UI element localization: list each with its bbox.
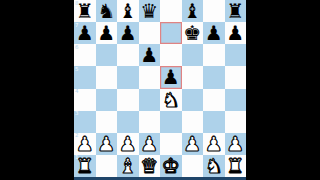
white-pawn-piece: ♟ (76, 133, 94, 153)
square-b5[interactable] (96, 66, 118, 88)
rank-coordinate-2: 2 (75, 133, 79, 139)
black-rook-piece: ♜ (76, 1, 94, 21)
black-pawn-piece: ♟ (226, 23, 244, 43)
square-g6[interactable] (203, 44, 225, 66)
black-knight-piece: ♞ (97, 1, 115, 21)
square-e5[interactable]: ♟ (160, 66, 182, 88)
square-d5[interactable] (139, 66, 161, 88)
black-pawn-piece: ♟ (97, 23, 115, 43)
white-pawn-piece: ♟ (140, 133, 158, 153)
rank-coordinate-3: 3 (75, 111, 79, 117)
square-h6[interactable] (225, 44, 247, 66)
white-pawn-piece: ♟ (205, 133, 223, 153)
chess-board: 8♜♞♝♛♝♜7♟♟♟♚♟♟6♟5♟4♞32♟♟♟♟♟♟♟1♜♝♛♚♞♜ (74, 0, 246, 177)
square-g7[interactable]: ♟ (203, 22, 225, 44)
square-b7[interactable]: ♟ (96, 22, 118, 44)
square-g1[interactable]: ♞ (203, 155, 225, 177)
square-g5[interactable] (203, 66, 225, 88)
black-pawn-piece: ♟ (119, 23, 137, 43)
square-d4[interactable] (139, 89, 161, 111)
black-bishop-piece: ♝ (119, 1, 137, 21)
square-g2[interactable]: ♟ (203, 133, 225, 155)
white-knight-piece: ♞ (205, 155, 223, 175)
square-b3[interactable] (96, 111, 118, 133)
square-c6[interactable] (117, 44, 139, 66)
square-d2[interactable]: ♟ (139, 133, 161, 155)
square-a4[interactable]: 4 (74, 89, 96, 111)
white-pawn-piece: ♟ (183, 133, 201, 153)
black-queen-piece: ♛ (140, 1, 158, 21)
black-pawn-piece: ♟ (76, 23, 94, 43)
square-c8[interactable]: ♝ (117, 0, 139, 22)
square-a3[interactable]: 3 (74, 111, 96, 133)
white-pawn-piece: ♟ (226, 133, 244, 153)
white-pawn-piece: ♟ (97, 133, 115, 153)
square-c3[interactable] (117, 111, 139, 133)
square-h1[interactable]: ♜ (225, 155, 247, 177)
square-f5[interactable] (182, 66, 204, 88)
square-h8[interactable]: ♜ (225, 0, 247, 22)
square-a8[interactable]: 8♜ (74, 0, 96, 22)
square-e2[interactable] (160, 133, 182, 155)
white-rook-piece: ♜ (76, 155, 94, 175)
square-c1[interactable]: ♝ (117, 155, 139, 177)
black-rook-piece: ♜ (226, 1, 244, 21)
square-e8[interactable] (160, 0, 182, 22)
rank-coordinate-1: 1 (75, 155, 79, 161)
square-g3[interactable] (203, 111, 225, 133)
square-b4[interactable] (96, 89, 118, 111)
letterboxed-chess-screen: 8♜♞♝♛♝♜7♟♟♟♚♟♟6♟5♟4♞32♟♟♟♟♟♟♟1♜♝♛♚♞♜ (0, 0, 320, 180)
white-pawn-piece: ♟ (119, 133, 137, 153)
square-h5[interactable] (225, 66, 247, 88)
black-pawn-piece: ♟ (162, 67, 180, 87)
square-c4[interactable] (117, 89, 139, 111)
square-c5[interactable] (117, 66, 139, 88)
square-d1[interactable]: ♛ (139, 155, 161, 177)
black-pawn-piece: ♟ (205, 23, 223, 43)
white-queen-piece: ♛ (140, 155, 158, 175)
black-bishop-piece: ♝ (183, 1, 201, 21)
square-e7[interactable] (160, 22, 182, 44)
square-b6[interactable] (96, 44, 118, 66)
square-f4[interactable] (182, 89, 204, 111)
square-d8[interactable]: ♛ (139, 0, 161, 22)
square-d7[interactable] (139, 22, 161, 44)
square-b2[interactable]: ♟ (96, 133, 118, 155)
white-rook-piece: ♜ (226, 155, 244, 175)
square-f6[interactable] (182, 44, 204, 66)
square-b8[interactable]: ♞ (96, 0, 118, 22)
square-h7[interactable]: ♟ (225, 22, 247, 44)
square-c7[interactable]: ♟ (117, 22, 139, 44)
rank-coordinate-5: 5 (75, 67, 79, 73)
square-f1[interactable] (182, 155, 204, 177)
square-a6[interactable]: 6 (74, 44, 96, 66)
black-king-piece: ♚ (183, 23, 201, 43)
black-pawn-piece: ♟ (140, 45, 158, 65)
square-a2[interactable]: 2♟ (74, 133, 96, 155)
square-e6[interactable] (160, 44, 182, 66)
board-bottom-edge (74, 177, 246, 180)
square-h2[interactable]: ♟ (225, 133, 247, 155)
square-d6[interactable]: ♟ (139, 44, 161, 66)
square-e1[interactable]: ♚ (160, 155, 182, 177)
white-bishop-piece: ♝ (119, 155, 137, 175)
square-g8[interactable] (203, 0, 225, 22)
rank-coordinate-6: 6 (75, 45, 79, 51)
square-e4[interactable]: ♞ (160, 89, 182, 111)
square-f2[interactable]: ♟ (182, 133, 204, 155)
square-h4[interactable] (225, 89, 247, 111)
white-knight-piece: ♞ (162, 89, 180, 109)
rank-coordinate-7: 7 (75, 23, 79, 29)
square-f7[interactable]: ♚ (182, 22, 204, 44)
square-b1[interactable] (96, 155, 118, 177)
square-a5[interactable]: 5 (74, 66, 96, 88)
square-a7[interactable]: 7♟ (74, 22, 96, 44)
white-king-piece: ♚ (162, 155, 180, 175)
rank-coordinate-8: 8 (75, 1, 79, 7)
square-h3[interactable] (225, 111, 247, 133)
rank-coordinate-4: 4 (75, 89, 79, 95)
square-c2[interactable]: ♟ (117, 133, 139, 155)
square-e3[interactable] (160, 111, 182, 133)
square-f8[interactable]: ♝ (182, 0, 204, 22)
square-g4[interactable] (203, 89, 225, 111)
square-f3[interactable] (182, 111, 204, 133)
square-d3[interactable] (139, 111, 161, 133)
square-a1[interactable]: 1♜ (74, 155, 96, 177)
